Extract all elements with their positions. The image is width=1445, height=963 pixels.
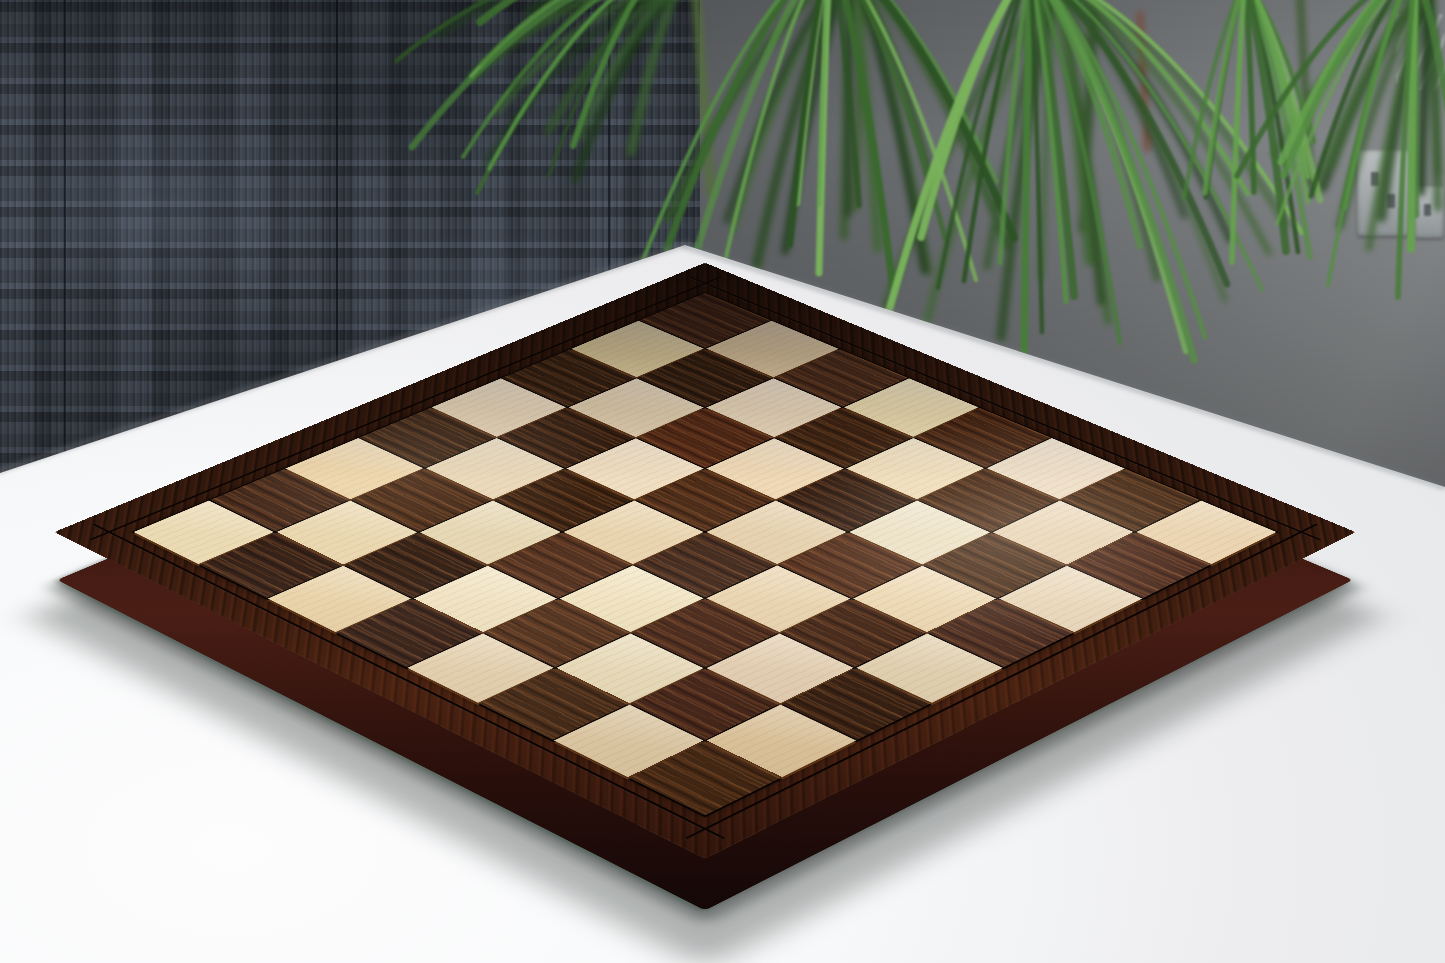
chess-board [54, 263, 1355, 859]
board-3d-scene [0, 0, 1445, 963]
scene [0, 0, 1445, 963]
